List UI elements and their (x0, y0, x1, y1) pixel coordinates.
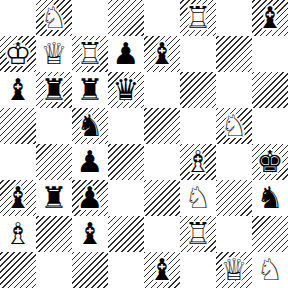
square-f7[interactable] (180, 36, 216, 72)
square-b8[interactable]: ♞♘ (36, 0, 72, 36)
square-g1[interactable]: ♛♕ (216, 252, 252, 288)
square-a4[interactable] (0, 144, 36, 180)
square-f3[interactable]: ♞♘ (180, 180, 216, 216)
square-f8[interactable]: ♜♖ (180, 0, 216, 36)
square-h5[interactable] (252, 108, 288, 144)
square-e2[interactable] (144, 216, 180, 252)
square-d6[interactable]: ♛♛ (108, 72, 144, 108)
square-c1[interactable] (72, 252, 108, 288)
square-f4[interactable]: ♝♗ (180, 144, 216, 180)
square-g3[interactable] (216, 180, 252, 216)
square-c8[interactable] (72, 0, 108, 36)
piece-black-knight[interactable]: ♞ (252, 180, 288, 216)
square-h8[interactable]: ♝♝ (252, 0, 288, 36)
piece-white-rook[interactable]: ♖ (180, 0, 216, 36)
square-c7[interactable]: ♜♖ (72, 36, 108, 72)
piece-white-knight[interactable]: ♘ (216, 108, 252, 144)
square-e3[interactable] (144, 180, 180, 216)
square-f6[interactable] (180, 72, 216, 108)
square-b2[interactable] (36, 216, 72, 252)
square-b1[interactable] (36, 252, 72, 288)
piece-white-knight[interactable]: ♘ (252, 252, 288, 288)
square-g5[interactable]: ♞♘ (216, 108, 252, 144)
square-e8[interactable] (144, 0, 180, 36)
square-g6[interactable] (216, 72, 252, 108)
piece-black-pawn[interactable]: ♟ (72, 144, 108, 180)
square-b3[interactable]: ♜♜ (36, 180, 72, 216)
piece-white-bishop[interactable]: ♗ (180, 144, 216, 180)
piece-white-king[interactable]: ♔ (0, 36, 36, 72)
piece-black-bishop[interactable]: ♝ (72, 216, 108, 252)
piece-white-queen[interactable]: ♕ (216, 252, 252, 288)
piece-black-bishop[interactable]: ♝ (0, 180, 36, 216)
square-d1[interactable] (108, 252, 144, 288)
square-a1[interactable] (0, 252, 36, 288)
piece-black-rook[interactable]: ♜ (36, 72, 72, 108)
square-g2[interactable] (216, 216, 252, 252)
piece-black-knight[interactable]: ♞ (72, 108, 108, 144)
piece-white-rook[interactable]: ♖ (72, 36, 108, 72)
square-d2[interactable] (108, 216, 144, 252)
square-f1[interactable] (180, 252, 216, 288)
square-c6[interactable]: ♜♜ (72, 72, 108, 108)
square-h1[interactable]: ♞♘ (252, 252, 288, 288)
square-a3[interactable]: ♝♝ (0, 180, 36, 216)
chess-board: ♞♘♜♖♝♝♚♔♛♕♜♖♟♟♝♝♝♝♜♜♜♜♛♛♞♞♞♘♟♟♝♗♚♚♝♝♜♜♟♟… (0, 0, 288, 288)
square-b6[interactable]: ♜♜ (36, 72, 72, 108)
square-e6[interactable] (144, 72, 180, 108)
square-c4[interactable]: ♟♟ (72, 144, 108, 180)
square-g8[interactable] (216, 0, 252, 36)
square-h6[interactable] (252, 72, 288, 108)
square-a7[interactable]: ♚♔ (0, 36, 36, 72)
square-e1[interactable]: ♝♝ (144, 252, 180, 288)
square-h3[interactable]: ♞♞ (252, 180, 288, 216)
piece-black-pawn[interactable]: ♟ (108, 36, 144, 72)
square-e7[interactable]: ♝♝ (144, 36, 180, 72)
piece-white-queen[interactable]: ♕ (36, 36, 72, 72)
square-h2[interactable] (252, 216, 288, 252)
piece-white-knight[interactable]: ♘ (36, 0, 72, 36)
piece-black-king[interactable]: ♚ (252, 144, 288, 180)
piece-black-queen[interactable]: ♛ (108, 72, 144, 108)
square-g4[interactable] (216, 144, 252, 180)
piece-white-rook[interactable]: ♖ (180, 216, 216, 252)
piece-black-rook[interactable]: ♜ (72, 72, 108, 108)
piece-black-bishop[interactable]: ♝ (252, 0, 288, 36)
square-b5[interactable] (36, 108, 72, 144)
piece-black-pawn[interactable]: ♟ (72, 180, 108, 216)
piece-black-bishop[interactable]: ♝ (144, 252, 180, 288)
square-a8[interactable] (0, 0, 36, 36)
square-a5[interactable] (0, 108, 36, 144)
square-a6[interactable]: ♝♝ (0, 72, 36, 108)
square-c3[interactable]: ♟♟ (72, 180, 108, 216)
piece-black-bishop[interactable]: ♝ (0, 72, 36, 108)
square-h7[interactable] (252, 36, 288, 72)
square-b4[interactable] (36, 144, 72, 180)
piece-black-rook[interactable]: ♜ (36, 180, 72, 216)
square-d7[interactable]: ♟♟ (108, 36, 144, 72)
square-b7[interactable]: ♛♕ (36, 36, 72, 72)
square-a2[interactable]: ♝♗ (0, 216, 36, 252)
square-d4[interactable] (108, 144, 144, 180)
square-c5[interactable]: ♞♞ (72, 108, 108, 144)
piece-white-knight[interactable]: ♘ (180, 180, 216, 216)
square-e5[interactable] (144, 108, 180, 144)
piece-white-bishop[interactable]: ♗ (0, 216, 36, 252)
square-h4[interactable]: ♚♚ (252, 144, 288, 180)
square-d3[interactable] (108, 180, 144, 216)
square-d8[interactable] (108, 0, 144, 36)
square-d5[interactable] (108, 108, 144, 144)
square-c2[interactable]: ♝♝ (72, 216, 108, 252)
square-g7[interactable] (216, 36, 252, 72)
square-f5[interactable] (180, 108, 216, 144)
piece-black-bishop[interactable]: ♝ (144, 36, 180, 72)
square-f2[interactable]: ♜♖ (180, 216, 216, 252)
square-e4[interactable] (144, 144, 180, 180)
